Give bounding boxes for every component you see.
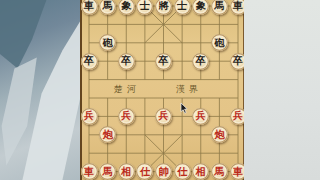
piece-red-soldier[interactable]: 兵	[81, 108, 98, 125]
mountain-background-image	[0, 0, 80, 180]
piece-black-advisor[interactable]: 士	[174, 0, 191, 15]
piece-black-chariot[interactable]: 車	[81, 0, 98, 15]
piece-black-soldier[interactable]: 卒	[155, 53, 172, 70]
piece-red-horse[interactable]: 馬	[99, 163, 116, 180]
piece-red-soldier[interactable]: 兵	[155, 108, 172, 125]
piece-black-elephant[interactable]: 象	[192, 0, 209, 15]
piece-black-horse[interactable]: 馬	[99, 0, 116, 15]
piece-red-soldier[interactable]: 兵	[118, 108, 135, 125]
piece-red-horse[interactable]: 馬	[211, 163, 228, 180]
river-label-han: 漢界	[166, 83, 212, 95]
piece-red-general[interactable]: 帥	[155, 163, 172, 180]
piece-black-soldier[interactable]: 卒	[81, 53, 98, 70]
piece-black-elephant[interactable]: 象	[118, 0, 135, 15]
piece-black-horse[interactable]: 馬	[211, 0, 228, 15]
xiangqi-board[interactable]: 楚河 漢界 車馬象士將士象馬車砲砲卒卒卒卒卒兵兵兵兵兵炮炮車馬相仕帥仕相馬車	[80, 0, 244, 180]
piece-black-soldier[interactable]: 卒	[192, 53, 209, 70]
piece-red-elephant[interactable]: 相	[118, 163, 135, 180]
mouse-cursor	[180, 103, 189, 114]
piece-black-general[interactable]: 將	[155, 0, 172, 15]
river-label-chu: 楚河	[104, 83, 150, 95]
piece-black-soldier[interactable]: 卒	[118, 53, 135, 70]
piece-red-chariot[interactable]: 車	[81, 163, 98, 180]
right-panel-background	[244, 0, 320, 180]
screenshot: 楚河 漢界 車馬象士將士象馬車砲砲卒卒卒卒卒兵兵兵兵兵炮炮車馬相仕帥仕相馬車	[0, 0, 320, 180]
piece-red-advisor[interactable]: 仕	[174, 163, 191, 180]
